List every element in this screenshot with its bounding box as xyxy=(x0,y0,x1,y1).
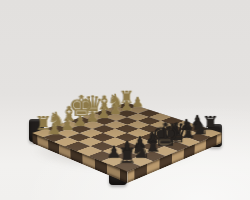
piece-brass-pawn: ♟ xyxy=(35,122,76,137)
chessboard: ♜♟♟♜♞♟♟♞♝♟♟♝♛♟♟♛♚♟♟♚♝♟♟♝♞♟♟♞♜♟♟♜ xyxy=(32,103,222,172)
photo-stage: ♜♟♟♜♞♟♟♞♝♟♟♝♛♟♟♛♚♟♟♚♝♟♟♝♞♟♟♞♜♟♟♜ xyxy=(0,0,250,200)
piece-black-rook: ♜ xyxy=(105,145,150,166)
scene-3d: ♜♟♟♜♞♟♟♞♝♟♟♝♛♟♟♛♚♟♟♚♝♟♟♝♞♟♟♞♜♟♟♜ xyxy=(0,0,250,200)
